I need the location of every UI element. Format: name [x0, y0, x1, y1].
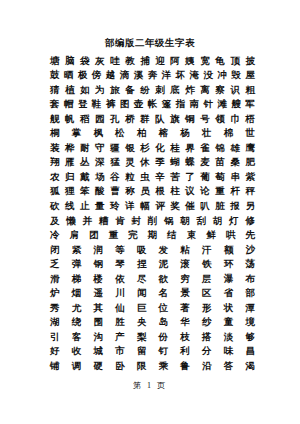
char-cell: 紫 — [245, 173, 255, 183]
char-cell: 乘 — [159, 362, 169, 372]
char-cell: 区 — [202, 289, 212, 299]
char-cell: 重 — [109, 231, 119, 241]
char-row-2: 鼓晒极傍越滴溪奔洋坏淹没冲毁屋 — [50, 69, 255, 84]
char-row-12: 及懒并糟肯封削锅朝刮胡灯修 — [50, 214, 255, 229]
char-cell: 朝 — [180, 217, 190, 227]
char-cell: 脏 — [215, 202, 225, 212]
char-cell: 底 — [170, 86, 180, 96]
char-cell: 察 — [215, 86, 225, 96]
char-cell: 等 — [115, 246, 125, 256]
char-cell: 杆 — [230, 187, 240, 197]
char-cell: 滴 — [120, 71, 130, 81]
char-cell: 灵 — [125, 158, 135, 168]
char-cell: 糟 — [99, 217, 109, 227]
char-cell: 滑 — [50, 275, 60, 285]
char-cell: 期 — [148, 231, 158, 241]
char-cell: 围 — [93, 318, 103, 328]
char-cell: 楼 — [93, 275, 103, 285]
char-cell: 砍 — [50, 202, 60, 212]
char-cell: 姨 — [185, 57, 195, 67]
char-cell: 艘 — [231, 100, 241, 110]
char-cell: 如 — [80, 86, 90, 96]
char-cell: 登 — [78, 100, 88, 110]
char-cell: 锅 — [164, 217, 174, 227]
char-cell: 掌 — [72, 129, 82, 139]
char-cell: 川 — [115, 289, 125, 299]
char-cell: 葡 — [200, 173, 210, 183]
char-cell: 傍 — [92, 71, 102, 81]
char-cell: 没 — [203, 71, 213, 81]
char-cell: 世 — [245, 129, 255, 139]
char-row-4: 套帽登鞋裤图壶帐篷指南针滩艘军 — [50, 98, 255, 113]
char-cell: 报 — [230, 202, 240, 212]
char-cell: 裤 — [106, 100, 116, 110]
char-cell: 修 — [245, 217, 255, 227]
char-cell: 帐 — [148, 100, 158, 110]
char-cell: 评 — [155, 202, 165, 212]
char-cell: 戴 — [80, 173, 90, 183]
char-cell: 弹 — [72, 260, 82, 270]
char-cell: 阿 — [170, 57, 180, 67]
char-cell: 帆 — [65, 115, 75, 125]
char-cell: 队 — [155, 115, 165, 125]
char-cell: 铜 — [185, 115, 195, 125]
char-cell: 桥 — [125, 115, 135, 125]
char-cell: 额 — [224, 246, 234, 256]
char-cell: 粒 — [125, 173, 135, 183]
char-cell: 塘 — [50, 57, 60, 67]
char-cell: 形 — [202, 304, 212, 314]
char-cell: 桑 — [230, 158, 240, 168]
char-cell: 懒 — [66, 217, 76, 227]
char-cell: 休 — [140, 158, 150, 168]
char-cell: 装 — [50, 144, 60, 154]
char-cell: 份 — [159, 333, 169, 343]
char-cell: 壮 — [202, 129, 212, 139]
char-cell: 脑 — [65, 57, 75, 67]
char-cell: 界 — [185, 144, 195, 154]
char-cell: 削 — [148, 217, 158, 227]
char-cell: 胡 — [213, 217, 223, 227]
char-cell: 潭 — [245, 304, 255, 314]
char-cell: 岛 — [159, 318, 169, 328]
char-cell: 淡 — [224, 333, 234, 343]
char-cell: 袋 — [80, 57, 90, 67]
char-cell: 杨 — [180, 129, 190, 139]
char-cell: 捏 — [137, 260, 147, 270]
char-cell: 迎 — [155, 57, 165, 67]
char-cell: 粘 — [180, 246, 190, 256]
char-cell: 领 — [215, 115, 225, 125]
char-row-6: 桐掌枫松柏榕杨壮棉世 — [50, 127, 255, 142]
char-cell: 季 — [155, 158, 165, 168]
char-cell: 柱 — [170, 187, 180, 197]
char-cell: 留 — [137, 347, 147, 357]
char-cell: 瀑 — [224, 275, 234, 285]
char-row-14: 闭紧润等吸发粘汗额沙 — [50, 243, 255, 258]
char-cell: 童 — [224, 318, 234, 328]
char-cell: 鲜 — [206, 231, 216, 241]
char-cell: 巨 — [137, 304, 147, 314]
char-cell: 篷 — [162, 100, 172, 110]
char-cell: 离 — [200, 86, 210, 96]
char-cell: 毁 — [231, 71, 241, 81]
char-cell: 刮 — [197, 217, 207, 227]
char-cell: 杉 — [140, 144, 150, 154]
char-row-1: 塘脑袋灰哇教捕迎阿姨宽龟顶披 — [50, 54, 255, 69]
char-cell: 蝴 — [170, 158, 180, 168]
char-cell: 汗 — [202, 246, 212, 256]
char-cell: 图 — [120, 100, 130, 110]
char-cell: 钢 — [93, 260, 103, 270]
char-cell: 限 — [137, 362, 147, 372]
char-cell: 完 — [128, 231, 138, 241]
char-cell: 省 — [224, 289, 234, 299]
char-cell: 教 — [125, 57, 135, 67]
char-cell: 铺 — [50, 362, 60, 372]
char-cell: 玲 — [110, 202, 120, 212]
char-cell: 够 — [245, 333, 255, 343]
char-cell: 铁 — [202, 260, 212, 270]
char-cell: 谷 — [110, 173, 120, 183]
char-cell: 了 — [185, 173, 195, 183]
char-cell: 景 — [180, 289, 190, 299]
char-cell: 肥 — [245, 158, 255, 168]
char-cell: 环 — [224, 260, 234, 270]
char-cell: 鞋 — [92, 100, 102, 110]
char-cell: 坏 — [176, 71, 186, 81]
char-cell: 尤 — [72, 304, 82, 314]
char-cell: 遥 — [93, 289, 103, 299]
char-cell: 泥 — [159, 260, 169, 270]
char-cell: 部 — [245, 289, 255, 299]
char-cell: 沙 — [245, 246, 255, 256]
char-cell: 钉 — [159, 347, 169, 357]
document-page: 部编版二年级生字表 塘脑袋灰哇教捕迎阿姨宽龟顶披鼓晒极傍越滴溪奔洋坏淹没冲毁屋猜… — [0, 0, 300, 424]
char-cell: 捕 — [140, 57, 150, 67]
char-cell: 昌 — [245, 347, 255, 357]
char-cell: 润 — [93, 246, 103, 256]
char-cell: 壶 — [134, 100, 144, 110]
char-cell: 棉 — [224, 129, 234, 139]
char-cell: 针 — [203, 100, 213, 110]
char-row-10: 狐狸笨酸曹称员根柱议论重杆秤 — [50, 185, 255, 200]
char-cell: 洋 — [162, 71, 172, 81]
char-row-7: 装桦耐守疆银杉化桂界雀锦雄鹰 — [50, 141, 255, 156]
char-cell: 催 — [185, 202, 195, 212]
char-row-18: 秀尤其仙巨位著形状潭 — [50, 301, 255, 316]
char-cell: 舰 — [50, 115, 60, 125]
char-cell: 稻 — [80, 115, 90, 125]
char-cell: 巾 — [230, 115, 240, 125]
char-cell: 称 — [125, 187, 135, 197]
char-cell: 麦 — [200, 158, 210, 168]
char-cell: 论 — [200, 187, 210, 197]
char-cell: 奔 — [148, 71, 158, 81]
char-cell: 灯 — [229, 217, 239, 227]
char-cell: 屋 — [245, 71, 255, 81]
char-cell: 另 — [245, 202, 255, 212]
char-cell: 耐 — [80, 144, 90, 154]
char-cell: 鹰 — [245, 144, 255, 154]
char-cell: 根 — [155, 187, 165, 197]
char-cell: 指 — [176, 100, 186, 110]
char-cell: 越 — [106, 71, 116, 81]
char-cell: 猜 — [50, 86, 60, 96]
char-cell: 枫 — [93, 129, 103, 139]
char-cell: 肩 — [70, 231, 80, 241]
char-cell: 银 — [125, 144, 135, 154]
char-cell: 化 — [155, 144, 165, 154]
char-cell: 滚 — [180, 260, 190, 270]
char-cell: 翔 — [50, 158, 60, 168]
char-cell: 封 — [131, 217, 141, 227]
char-cell: 及 — [50, 217, 60, 227]
char-cell: 淹 — [190, 71, 200, 81]
char-cell: 归 — [65, 173, 75, 183]
char-cell: 雁 — [65, 158, 75, 168]
char-cell: 猛 — [110, 158, 120, 168]
char-row-19: 湖绕围胜央岛华纱童境 — [50, 316, 255, 331]
char-cell: 叭 — [200, 202, 210, 212]
char-cell: 团 — [89, 231, 99, 241]
char-cell: 场 — [95, 173, 105, 183]
char-cell: 吸 — [137, 246, 147, 256]
char-cell: 为 — [95, 86, 105, 96]
char-cell: 梯 — [72, 275, 82, 285]
char-cell: 幅 — [140, 202, 150, 212]
char-cell: 鲁 — [180, 362, 190, 372]
char-cell: 尽 — [137, 275, 147, 285]
char-cell: 榕 — [159, 129, 169, 139]
char-cell: 并 — [83, 217, 93, 227]
char-cell: 著 — [180, 304, 190, 314]
char-cell: 狸 — [65, 187, 75, 197]
char-cell: 调 — [72, 362, 82, 372]
char-cell: 顶 — [230, 57, 240, 67]
char-cell: 灰 — [95, 57, 105, 67]
char-cell: 炉 — [50, 289, 60, 299]
char-cell: 串 — [230, 173, 240, 183]
char-cell: 军 — [245, 100, 255, 110]
char-row-11: 砍线止量玲详幅评奖催叭脏报另 — [50, 199, 255, 214]
char-cell: 状 — [224, 304, 234, 314]
char-row-20: 引客沟产梨份枝搭淡够 — [50, 330, 255, 345]
char-cell: 套 — [50, 100, 60, 110]
char-cell: 层 — [202, 275, 212, 285]
char-cell: 绕 — [72, 318, 82, 328]
char-cell: 龟 — [215, 57, 225, 67]
char-cell: 详 — [125, 202, 135, 212]
char-cell: 柏 — [137, 129, 147, 139]
char-cell: 乏 — [50, 260, 60, 270]
char-cell: 桐 — [50, 129, 60, 139]
char-cell: 披 — [245, 57, 255, 67]
char-cell: 沿 — [202, 362, 212, 372]
char-cell: 极 — [78, 71, 88, 81]
char-cell: 答 — [224, 362, 234, 372]
char-cell: 疆 — [110, 144, 120, 154]
char-cell: 炸 — [185, 86, 195, 96]
char-cell: 其 — [93, 304, 103, 314]
char-cell: 桂 — [170, 144, 180, 154]
char-row-22: 铺调硬卧限乘鲁沿答渴 — [50, 359, 255, 374]
char-cell: 味 — [224, 347, 234, 357]
char-cell: 辛 — [155, 173, 165, 183]
char-cell: 肯 — [115, 217, 125, 227]
char-cell: 好 — [50, 347, 60, 357]
char-cell: 止 — [80, 202, 90, 212]
char-cell: 湖 — [50, 318, 60, 328]
char-cell: 哄 — [226, 231, 236, 241]
char-cell: 锦 — [215, 144, 225, 154]
page-title: 部编版二年级生字表 — [0, 37, 300, 50]
char-cell: 纷 — [140, 86, 150, 96]
char-cell: 园 — [95, 115, 105, 125]
char-cell: 渴 — [245, 362, 255, 372]
char-cell: 闭 — [50, 246, 60, 256]
char-cell: 丛 — [80, 158, 90, 168]
char-cell: 萄 — [215, 173, 225, 183]
char-cell: 农 — [50, 173, 60, 183]
char-cell: 秀 — [50, 304, 60, 314]
char-cell: 粗 — [245, 86, 255, 96]
char-cell: 议 — [185, 187, 195, 197]
char-cell: 刺 — [155, 86, 165, 96]
char-cell: 识 — [230, 86, 240, 96]
char-cell: 虫 — [140, 173, 150, 183]
char-cell: 产 — [115, 333, 125, 343]
char-cell: 宽 — [200, 57, 210, 67]
char-cell: 苦 — [170, 173, 180, 183]
char-cell: 位 — [159, 304, 169, 314]
char-cell: 桦 — [65, 144, 75, 154]
char-cell: 烟 — [72, 289, 82, 299]
char-cell: 冷 — [50, 231, 60, 241]
char-cell: 重 — [215, 187, 225, 197]
char-row-13: 冷肩团重完期结束鲜哄先 — [50, 229, 255, 244]
char-cell: 群 — [140, 115, 150, 125]
char-cell: 枝 — [180, 333, 190, 343]
char-cell: 雀 — [200, 144, 210, 154]
char-cell: 欲 — [159, 275, 169, 285]
char-cell: 布 — [245, 275, 255, 285]
char-cell: 量 — [95, 202, 105, 212]
char-cell: 狐 — [50, 187, 60, 197]
char-cell: 植 — [65, 86, 75, 96]
character-grid: 塘脑袋灰哇教捕迎阿姨宽龟顶披鼓晒极傍越滴溪奔洋坏淹没冲毁屋猜植如为旅备纷刺底炸离… — [50, 54, 255, 374]
char-row-15: 乏弹钢琴捏泥滚铁环荡 — [50, 258, 255, 273]
char-cell: 引 — [50, 333, 60, 343]
char-cell: 城 — [93, 347, 103, 357]
char-cell: 华 — [180, 318, 190, 328]
char-cell: 帽 — [64, 100, 74, 110]
char-cell: 旗 — [170, 115, 180, 125]
char-cell: 松 — [115, 129, 125, 139]
char-cell: 仙 — [115, 304, 125, 314]
char-cell: 硬 — [93, 362, 103, 372]
char-cell: 梧 — [245, 115, 255, 125]
char-cell: 搭 — [202, 333, 212, 343]
char-cell: 南 — [190, 100, 200, 110]
page-footer: 第 1 页 — [0, 380, 300, 391]
char-cell: 胜 — [115, 318, 125, 328]
char-cell: 笨 — [80, 187, 90, 197]
char-cell: 线 — [65, 202, 75, 212]
char-cell: 卧 — [115, 362, 125, 372]
char-cell: 秤 — [245, 187, 255, 197]
char-cell: 名 — [159, 289, 169, 299]
char-cell: 束 — [187, 231, 197, 241]
char-cell: 蝶 — [185, 158, 195, 168]
char-cell: 依 — [115, 275, 125, 285]
char-cell: 纱 — [202, 318, 212, 328]
char-cell: 酸 — [95, 187, 105, 197]
char-cell: 境 — [245, 318, 255, 328]
char-cell: 荡 — [245, 260, 255, 270]
char-row-5: 舰帆稻园孔桥群队旗铜号领巾梧 — [50, 112, 255, 127]
char-cell: 号 — [200, 115, 210, 125]
char-cell: 守 — [95, 144, 105, 154]
char-cell: 旅 — [110, 86, 120, 96]
char-cell: 收 — [72, 347, 82, 357]
char-cell: 利 — [180, 347, 190, 357]
char-row-16: 滑梯楼依尽欲穷层瀑布 — [50, 272, 255, 287]
char-cell: 溪 — [134, 71, 144, 81]
char-cell: 晒 — [64, 71, 74, 81]
char-cell: 央 — [137, 318, 147, 328]
char-cell: 发 — [159, 246, 169, 256]
char-cell: 冲 — [217, 71, 227, 81]
char-cell: 曹 — [110, 187, 120, 197]
char-cell: 鼓 — [50, 71, 60, 81]
char-cell: 深 — [95, 158, 105, 168]
char-cell: 备 — [125, 86, 135, 96]
char-cell: 紧 — [72, 246, 82, 256]
char-cell: 穷 — [180, 275, 190, 285]
char-cell: 雄 — [230, 144, 240, 154]
char-row-8: 翔雁丛深猛灵休季蝴蝶麦苗桑肥 — [50, 156, 255, 171]
char-cell: 滩 — [217, 100, 227, 110]
char-cell: 奖 — [170, 202, 180, 212]
char-cell: 结 — [167, 231, 177, 241]
char-cell: 苗 — [215, 158, 225, 168]
char-cell: 哇 — [110, 57, 120, 67]
char-cell: 孔 — [110, 115, 120, 125]
char-cell: 市 — [115, 347, 125, 357]
char-cell: 闻 — [137, 289, 147, 299]
char-cell: 梨 — [137, 333, 147, 343]
char-row-17: 炉烟遥川闻名景区省部 — [50, 287, 255, 302]
char-cell: 员 — [140, 187, 150, 197]
char-cell: 先 — [245, 231, 255, 241]
char-row-3: 猜植如为旅备纷刺底炸离察识粗 — [50, 83, 255, 98]
char-row-21: 好收城市留钉利分味昌 — [50, 345, 255, 360]
char-row-9: 农归戴场谷粒虫辛苦了葡萄串紫 — [50, 170, 255, 185]
char-cell: 琴 — [115, 260, 125, 270]
char-cell: 分 — [202, 347, 212, 357]
char-cell: 沟 — [93, 333, 103, 343]
char-cell: 客 — [72, 333, 82, 343]
